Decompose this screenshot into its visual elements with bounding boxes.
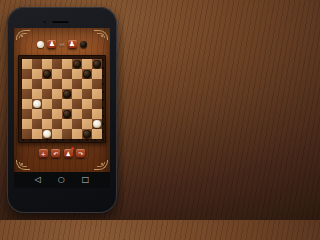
android-navbar: ◁ ○ □ — [14, 172, 110, 188]
square-e7[interactable] — [62, 69, 72, 79]
desktop-background: { "game": "checkers", "position": { "not… — [0, 0, 124, 220]
square-a4[interactable] — [22, 99, 32, 109]
square-g4[interactable] — [82, 99, 92, 109]
back-icon[interactable]: ◁ — [35, 172, 41, 188]
square-e1[interactable] — [62, 129, 72, 139]
square-h6[interactable] — [92, 79, 102, 89]
players-header: ♟ vs ♟ — [14, 39, 110, 50]
square-c2[interactable] — [42, 119, 52, 129]
corner-flourish-icon — [16, 160, 30, 170]
square-f1[interactable] — [72, 129, 82, 139]
dark-piece[interactable] — [73, 60, 81, 68]
board — [22, 59, 102, 139]
square-d7[interactable] — [52, 69, 62, 79]
square-h3[interactable] — [92, 109, 102, 119]
square-d8[interactable] — [52, 59, 62, 69]
square-h2[interactable] — [92, 119, 102, 129]
square-c5[interactable] — [42, 89, 52, 99]
square-e3[interactable] — [62, 109, 72, 119]
square-c8[interactable] — [42, 59, 52, 69]
square-c4[interactable] — [42, 99, 52, 109]
square-b4[interactable] — [32, 99, 42, 109]
square-g1[interactable] — [82, 129, 92, 139]
white-piece[interactable] — [33, 100, 41, 108]
square-f5[interactable] — [72, 89, 82, 99]
player1-button[interactable]: ♟ — [47, 40, 56, 49]
square-b6[interactable] — [32, 79, 42, 89]
square-c3[interactable] — [42, 109, 52, 119]
square-g2[interactable] — [82, 119, 92, 129]
dark-piece[interactable] — [63, 90, 71, 98]
square-f7[interactable] — [72, 69, 82, 79]
square-b1[interactable] — [32, 129, 42, 139]
square-d3[interactable] — [52, 109, 62, 119]
game-toolbar: + ↶ ♟ ↷ — [14, 149, 110, 158]
square-a5[interactable] — [22, 89, 32, 99]
square-b2[interactable] — [32, 119, 42, 129]
dark-piece[interactable] — [93, 60, 101, 68]
square-f3[interactable] — [72, 109, 82, 119]
home-icon[interactable]: ○ — [58, 172, 65, 188]
square-b3[interactable] — [32, 109, 42, 119]
board-frame — [18, 55, 106, 143]
phone-frame: ♟ vs ♟ + ↶ ♟ ↷ ◁ ○ □ — [7, 7, 117, 213]
square-f4[interactable] — [72, 99, 82, 109]
square-g8[interactable] — [82, 59, 92, 69]
square-b5[interactable] — [32, 89, 42, 99]
redo-button[interactable]: ↷ — [76, 149, 85, 158]
notification-badge — [71, 147, 74, 150]
square-h8[interactable] — [92, 59, 102, 69]
app-screen: ♟ vs ♟ + ↶ ♟ ↷ ◁ ○ □ — [14, 28, 110, 188]
square-b8[interactable] — [32, 59, 42, 69]
hint-button[interactable]: ♟ — [64, 149, 73, 158]
square-c7[interactable] — [42, 69, 52, 79]
square-f8[interactable] — [72, 59, 82, 69]
square-a3[interactable] — [22, 109, 32, 119]
vs-label: vs — [59, 42, 64, 47]
square-e8[interactable] — [62, 59, 72, 69]
square-h5[interactable] — [92, 89, 102, 99]
recents-icon[interactable]: □ — [82, 172, 90, 188]
square-d6[interactable] — [52, 79, 62, 89]
phone-speaker — [52, 20, 69, 23]
square-e2[interactable] — [62, 119, 72, 129]
square-f2[interactable] — [72, 119, 82, 129]
square-g5[interactable] — [82, 89, 92, 99]
black-checker-indicator-icon — [80, 41, 87, 48]
square-a7[interactable] — [22, 69, 32, 79]
dark-piece[interactable] — [83, 130, 91, 138]
square-h1[interactable] — [92, 129, 102, 139]
square-b7[interactable] — [32, 69, 42, 79]
undo-button[interactable]: ↶ — [51, 149, 60, 158]
new-game-button[interactable]: + — [39, 149, 48, 158]
white-checker-indicator-icon — [37, 41, 44, 48]
square-a1[interactable] — [22, 129, 32, 139]
square-c6[interactable] — [42, 79, 52, 89]
phone-camera-icon — [43, 21, 46, 24]
square-f6[interactable] — [72, 79, 82, 89]
square-e4[interactable] — [62, 99, 72, 109]
dark-piece[interactable] — [43, 70, 51, 78]
corner-flourish-icon — [94, 160, 108, 170]
square-a8[interactable] — [22, 59, 32, 69]
player2-button[interactable]: ♟ — [68, 40, 77, 49]
square-h4[interactable] — [92, 99, 102, 109]
square-c1[interactable] — [42, 129, 52, 139]
dark-piece[interactable] — [63, 110, 71, 118]
square-e6[interactable] — [62, 79, 72, 89]
square-a2[interactable] — [22, 119, 32, 129]
square-d4[interactable] — [52, 99, 62, 109]
square-e5[interactable] — [62, 89, 72, 99]
dark-piece[interactable] — [83, 70, 91, 78]
square-h7[interactable] — [92, 69, 102, 79]
square-g3[interactable] — [82, 109, 92, 119]
square-d2[interactable] — [52, 119, 62, 129]
square-g6[interactable] — [82, 79, 92, 89]
square-a6[interactable] — [22, 79, 32, 89]
square-g7[interactable] — [82, 69, 92, 79]
white-piece[interactable] — [93, 120, 101, 128]
square-d5[interactable] — [52, 89, 62, 99]
white-piece[interactable] — [43, 130, 51, 138]
square-d1[interactable] — [52, 129, 62, 139]
